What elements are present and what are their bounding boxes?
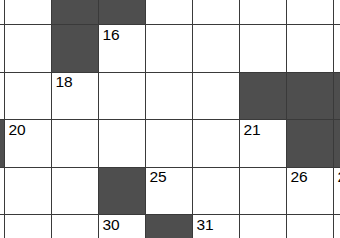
crossword-grid: 16182021252623031	[0, 0, 340, 238]
grid-cell[interactable]	[99, 120, 146, 168]
grid-cell[interactable]: 25	[146, 168, 193, 216]
clue-number: 16	[99, 25, 145, 43]
grid-cell[interactable]: 2	[334, 168, 340, 216]
clue-number: 25	[146, 168, 192, 186]
clue-number: 26	[287, 168, 333, 186]
grid-cell[interactable]	[52, 215, 99, 238]
block-cell	[240, 73, 287, 121]
grid-cell[interactable]	[193, 168, 240, 216]
grid-cell[interactable]	[193, 0, 240, 25]
grid-cell[interactable]: 20	[5, 120, 52, 168]
grid-cell[interactable]	[193, 120, 240, 168]
grid-cell[interactable]	[287, 215, 334, 238]
block-cell	[52, 25, 99, 73]
block-cell	[334, 120, 340, 168]
grid-cell[interactable]	[287, 25, 334, 73]
grid-cell[interactable]	[5, 168, 52, 216]
crossword-viewport: 16182021252623031	[0, 0, 340, 238]
clue-number: 31	[193, 215, 239, 233]
grid-cell[interactable]	[99, 73, 146, 121]
grid-cell[interactable]	[146, 25, 193, 73]
grid-cell[interactable]	[240, 215, 287, 238]
grid-cell[interactable]	[193, 73, 240, 121]
grid-cell[interactable]	[5, 215, 52, 238]
grid-cell[interactable]	[240, 0, 287, 25]
grid-cell[interactable]	[52, 168, 99, 216]
grid-cell[interactable]: 26	[287, 168, 334, 216]
block-cell	[99, 0, 146, 25]
grid-cell[interactable]	[334, 25, 340, 73]
grid-cell[interactable]: 21	[240, 120, 287, 168]
block-cell	[52, 0, 99, 25]
grid-cell[interactable]	[334, 215, 340, 238]
grid-cell[interactable]	[5, 0, 52, 25]
grid-cell[interactable]	[193, 25, 240, 73]
grid-cell[interactable]: 16	[99, 25, 146, 73]
block-cell	[287, 73, 334, 121]
block-cell	[334, 73, 340, 121]
clue-number: 20	[5, 120, 51, 138]
grid-cell[interactable]	[52, 120, 99, 168]
clue-number: 2	[334, 168, 340, 186]
clue-number: 21	[240, 120, 286, 138]
grid-cell[interactable]	[240, 168, 287, 216]
grid-cell[interactable]	[240, 25, 287, 73]
grid-cell[interactable]	[5, 73, 52, 121]
grid-cell[interactable]: 31	[193, 215, 240, 238]
block-cell	[146, 215, 193, 238]
block-cell	[99, 168, 146, 216]
grid-cell[interactable]: 18	[52, 73, 99, 121]
grid-cell[interactable]	[5, 25, 52, 73]
clue-number: 30	[99, 215, 145, 233]
grid-cell[interactable]: 30	[99, 215, 146, 238]
grid-cell[interactable]	[146, 0, 193, 25]
grid-cell[interactable]	[334, 0, 340, 25]
grid-cell[interactable]	[146, 73, 193, 121]
block-cell	[287, 120, 334, 168]
grid-cell[interactable]	[287, 0, 334, 25]
grid-cell[interactable]	[146, 120, 193, 168]
clue-number: 18	[52, 73, 98, 91]
